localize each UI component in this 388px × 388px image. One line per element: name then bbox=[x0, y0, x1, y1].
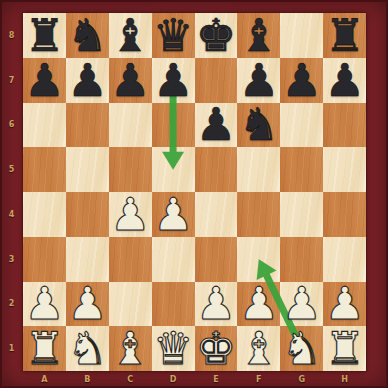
rank-label-2: 2 bbox=[0, 282, 23, 327]
piece-white-queen[interactable]: ♛ bbox=[152, 326, 195, 371]
square-b5[interactable] bbox=[66, 147, 109, 192]
square-g6[interactable] bbox=[280, 103, 323, 148]
square-h3[interactable] bbox=[323, 237, 366, 282]
piece-white-pawn[interactable]: ♟ bbox=[280, 282, 323, 327]
piece-black-pawn[interactable]: ♟ bbox=[109, 58, 152, 103]
piece-black-rook[interactable]: ♜ bbox=[323, 13, 366, 58]
board-frame: 87654321 ABCDEFGH ♜♞♝♛♚♝♜♟♟♟♟♟♟♟♟♞♟♟♟♟♟♟… bbox=[0, 0, 388, 388]
piece-white-king[interactable]: ♚ bbox=[195, 326, 238, 371]
piece-white-pawn[interactable]: ♟ bbox=[66, 282, 109, 327]
piece-white-pawn[interactable]: ♟ bbox=[323, 282, 366, 327]
square-a3[interactable] bbox=[23, 237, 66, 282]
square-g8[interactable] bbox=[280, 13, 323, 58]
square-a6[interactable] bbox=[23, 103, 66, 148]
square-d3[interactable] bbox=[152, 237, 195, 282]
square-f5[interactable] bbox=[237, 147, 280, 192]
piece-white-bishop[interactable]: ♝ bbox=[109, 326, 152, 371]
rank-label-4: 4 bbox=[0, 192, 23, 237]
piece-black-pawn[interactable]: ♟ bbox=[195, 103, 238, 148]
piece-white-pawn[interactable]: ♟ bbox=[109, 192, 152, 237]
piece-black-pawn[interactable]: ♟ bbox=[280, 58, 323, 103]
square-e4[interactable] bbox=[195, 192, 238, 237]
rank-label-8: 8 bbox=[0, 13, 23, 58]
square-h6[interactable] bbox=[323, 103, 366, 148]
piece-black-rook[interactable]: ♜ bbox=[23, 13, 66, 58]
piece-black-king[interactable]: ♚ bbox=[195, 13, 238, 58]
piece-black-pawn[interactable]: ♟ bbox=[152, 58, 195, 103]
square-e5[interactable] bbox=[195, 147, 238, 192]
piece-white-knight[interactable]: ♞ bbox=[66, 326, 109, 371]
square-h4[interactable] bbox=[323, 192, 366, 237]
square-g4[interactable] bbox=[280, 192, 323, 237]
piece-white-pawn[interactable]: ♟ bbox=[237, 282, 280, 327]
square-g5[interactable] bbox=[280, 147, 323, 192]
chess-board: ♜♞♝♛♚♝♜♟♟♟♟♟♟♟♟♞♟♟♟♟♟♟♟♟♜♞♝♛♚♝♞♜ bbox=[23, 13, 366, 371]
square-a4[interactable] bbox=[23, 192, 66, 237]
piece-black-knight[interactable]: ♞ bbox=[66, 13, 109, 58]
square-f3[interactable] bbox=[237, 237, 280, 282]
piece-white-bishop[interactable]: ♝ bbox=[237, 326, 280, 371]
rank-label-5: 5 bbox=[0, 147, 23, 192]
square-b4[interactable] bbox=[66, 192, 109, 237]
square-d2[interactable] bbox=[152, 282, 195, 327]
square-c5[interactable] bbox=[109, 147, 152, 192]
piece-white-pawn[interactable]: ♟ bbox=[152, 192, 195, 237]
piece-white-pawn[interactable]: ♟ bbox=[23, 282, 66, 327]
piece-white-rook[interactable]: ♜ bbox=[323, 326, 366, 371]
square-c3[interactable] bbox=[109, 237, 152, 282]
rank-label-7: 7 bbox=[0, 58, 23, 103]
piece-white-pawn[interactable]: ♟ bbox=[195, 282, 238, 327]
square-a5[interactable] bbox=[23, 147, 66, 192]
piece-black-bishop[interactable]: ♝ bbox=[109, 13, 152, 58]
piece-black-pawn[interactable]: ♟ bbox=[323, 58, 366, 103]
piece-white-knight[interactable]: ♞ bbox=[280, 326, 323, 371]
square-g3[interactable] bbox=[280, 237, 323, 282]
square-c2[interactable] bbox=[109, 282, 152, 327]
piece-black-pawn[interactable]: ♟ bbox=[23, 58, 66, 103]
square-f4[interactable] bbox=[237, 192, 280, 237]
square-d6[interactable] bbox=[152, 103, 195, 148]
square-e3[interactable] bbox=[195, 237, 238, 282]
piece-black-pawn[interactable]: ♟ bbox=[66, 58, 109, 103]
rank-label-6: 6 bbox=[0, 103, 23, 148]
piece-black-pawn[interactable]: ♟ bbox=[237, 58, 280, 103]
piece-white-rook[interactable]: ♜ bbox=[23, 326, 66, 371]
square-c6[interactable] bbox=[109, 103, 152, 148]
piece-black-bishop[interactable]: ♝ bbox=[237, 13, 280, 58]
piece-black-queen[interactable]: ♛ bbox=[152, 13, 195, 58]
rank-label-1: 1 bbox=[0, 326, 23, 371]
square-b3[interactable] bbox=[66, 237, 109, 282]
piece-black-knight[interactable]: ♞ bbox=[237, 103, 280, 148]
square-d5[interactable] bbox=[152, 147, 195, 192]
rank-label-3: 3 bbox=[0, 237, 23, 282]
square-b6[interactable] bbox=[66, 103, 109, 148]
square-h5[interactable] bbox=[323, 147, 366, 192]
square-e7[interactable] bbox=[195, 58, 238, 103]
